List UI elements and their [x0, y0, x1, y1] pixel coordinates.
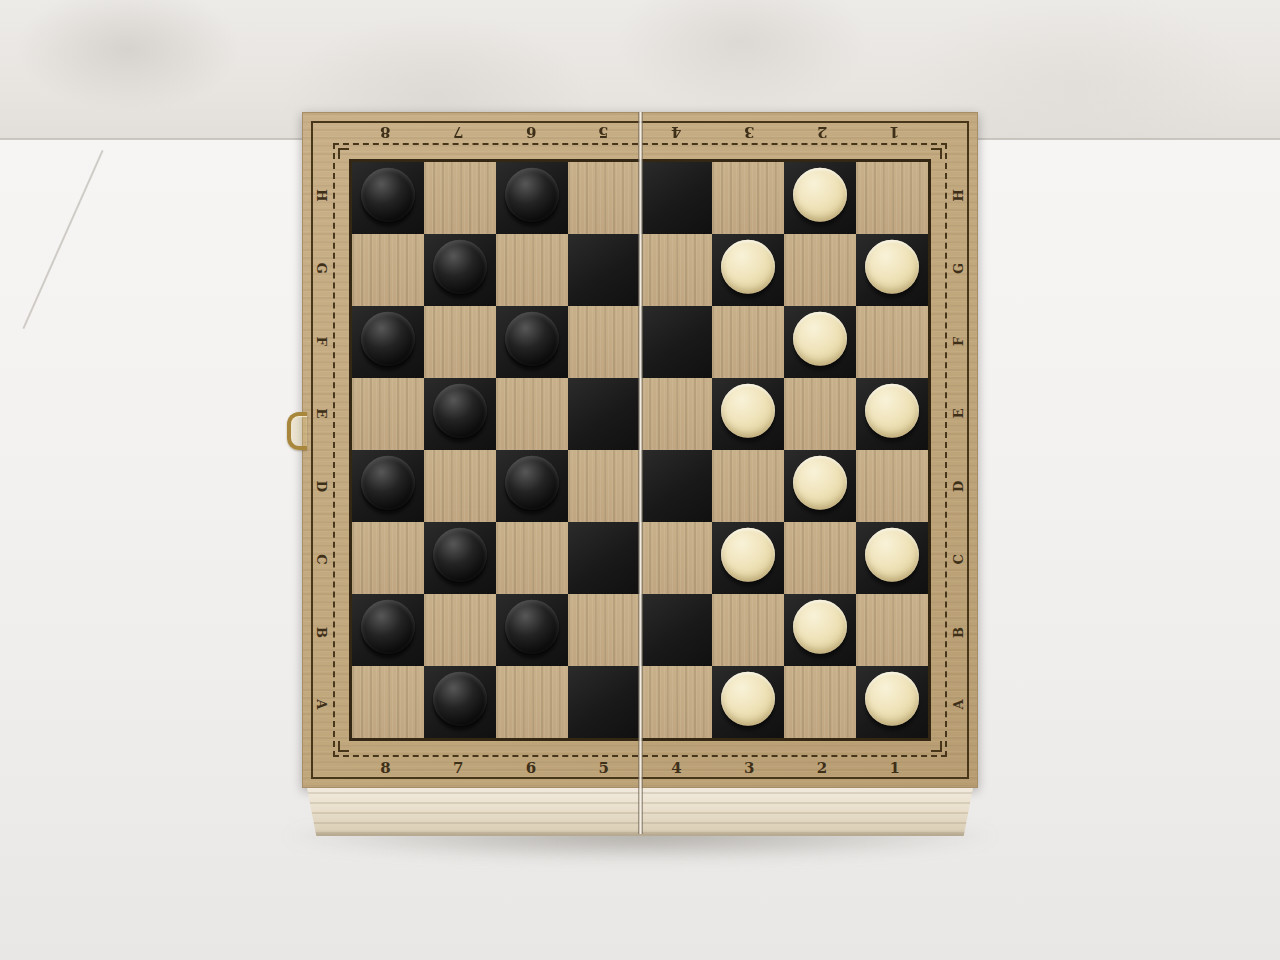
square-F6[interactable]	[496, 306, 568, 378]
checker-black-B8[interactable]	[361, 600, 415, 654]
labels-top-label-6: 2	[786, 122, 859, 142]
square-A2[interactable]	[784, 666, 856, 738]
labels-bottom-label-7: 1	[858, 758, 931, 778]
labels-bottom-label-0: 8	[349, 758, 422, 778]
labels-right-label-3: E	[922, 404, 995, 424]
checker-black-D8[interactable]	[361, 456, 415, 510]
square-E4[interactable]	[640, 378, 712, 450]
labels-top-label-7: 1	[858, 122, 931, 142]
square-F8[interactable]	[352, 306, 424, 378]
checker-white-E3[interactable]	[721, 384, 775, 438]
scene: 87654321 87654321 HGFEDCBA HGFEDCBA	[0, 0, 1280, 960]
square-A8[interactable]	[352, 666, 424, 738]
labels-right-label-5: C	[922, 549, 995, 569]
corner-mark	[338, 741, 349, 752]
checker-white-B2[interactable]	[793, 600, 847, 654]
labels-top-label-2: 6	[495, 122, 568, 142]
labels-right-label-4: D	[922, 476, 995, 496]
square-A3[interactable]	[712, 666, 784, 738]
checker-black-D6[interactable]	[505, 456, 559, 510]
square-B3[interactable]	[712, 594, 784, 666]
square-E7[interactable]	[424, 378, 496, 450]
square-G7[interactable]	[424, 234, 496, 306]
square-C1[interactable]	[856, 522, 928, 594]
labels-top-label-4: 4	[640, 122, 713, 142]
labels-right-label-2: F	[922, 331, 995, 351]
square-E2[interactable]	[784, 378, 856, 450]
square-B6[interactable]	[496, 594, 568, 666]
square-A1[interactable]	[856, 666, 928, 738]
corner-mark	[338, 148, 349, 159]
square-E6[interactable]	[496, 378, 568, 450]
labels-bottom-label-6: 2	[786, 758, 859, 778]
labels-bottom-label-4: 4	[640, 758, 713, 778]
checkers-board: 87654321 87654321 HGFEDCBA HGFEDCBA	[302, 112, 978, 834]
square-C5[interactable]	[568, 522, 640, 594]
checker-white-E1[interactable]	[865, 384, 919, 438]
square-H7[interactable]	[424, 162, 496, 234]
corner-mark	[931, 148, 942, 159]
square-B5[interactable]	[568, 594, 640, 666]
labels-left-label-0: H	[286, 185, 359, 205]
brass-clasp-hook	[287, 412, 307, 450]
square-F4[interactable]	[640, 306, 712, 378]
square-F3[interactable]	[712, 306, 784, 378]
labels-top-label-1: 7	[422, 122, 495, 142]
square-E1[interactable]	[856, 378, 928, 450]
square-D8[interactable]	[352, 450, 424, 522]
labels-right-label-7: A	[922, 695, 995, 715]
labels-left-label-6: B	[286, 622, 359, 642]
square-D2[interactable]	[784, 450, 856, 522]
labels-bottom-label-3: 5	[567, 758, 640, 778]
square-G8[interactable]	[352, 234, 424, 306]
labels-bottom-label-1: 7	[422, 758, 495, 778]
square-B2[interactable]	[784, 594, 856, 666]
corner-mark	[931, 741, 942, 752]
square-G5[interactable]	[568, 234, 640, 306]
square-G1[interactable]	[856, 234, 928, 306]
square-F7[interactable]	[424, 306, 496, 378]
square-B4[interactable]	[640, 594, 712, 666]
square-E3[interactable]	[712, 378, 784, 450]
checker-white-G3[interactable]	[721, 240, 775, 294]
square-D6[interactable]	[496, 450, 568, 522]
square-A5[interactable]	[568, 666, 640, 738]
checker-black-A7[interactable]	[433, 672, 487, 726]
checker-black-H8[interactable]	[361, 168, 415, 222]
labels-bottom-label-2: 6	[495, 758, 568, 778]
square-H4[interactable]	[640, 162, 712, 234]
square-C8[interactable]	[352, 522, 424, 594]
labels-left-label-5: C	[286, 549, 359, 569]
checker-white-F2[interactable]	[793, 312, 847, 366]
square-G6[interactable]	[496, 234, 568, 306]
square-B7[interactable]	[424, 594, 496, 666]
square-C2[interactable]	[784, 522, 856, 594]
square-D7[interactable]	[424, 450, 496, 522]
square-A7[interactable]	[424, 666, 496, 738]
checker-black-F8[interactable]	[361, 312, 415, 366]
checker-black-B6[interactable]	[505, 600, 559, 654]
square-E8[interactable]	[352, 378, 424, 450]
square-D3[interactable]	[712, 450, 784, 522]
square-C4[interactable]	[640, 522, 712, 594]
square-D1[interactable]	[856, 450, 928, 522]
square-G4[interactable]	[640, 234, 712, 306]
labels-top-label-0: 8	[349, 122, 422, 142]
checker-white-G1[interactable]	[865, 240, 919, 294]
checker-black-F6[interactable]	[505, 312, 559, 366]
square-G3[interactable]	[712, 234, 784, 306]
square-A4[interactable]	[640, 666, 712, 738]
checker-white-C1[interactable]	[865, 528, 919, 582]
square-A6[interactable]	[496, 666, 568, 738]
checker-black-G7[interactable]	[433, 240, 487, 294]
square-H6[interactable]	[496, 162, 568, 234]
labels-left-label-4: D	[286, 476, 359, 496]
square-F5[interactable]	[568, 306, 640, 378]
checker-black-C7[interactable]	[433, 528, 487, 582]
checker-white-H2[interactable]	[793, 168, 847, 222]
square-H8[interactable]	[352, 162, 424, 234]
square-C7[interactable]	[424, 522, 496, 594]
square-H3[interactable]	[712, 162, 784, 234]
labels-left-label-7: A	[286, 695, 359, 715]
checker-white-A3[interactable]	[721, 672, 775, 726]
square-B8[interactable]	[352, 594, 424, 666]
labels-right-label-6: B	[922, 622, 995, 642]
checker-white-D2[interactable]	[793, 456, 847, 510]
labels-right-label-0: H	[922, 185, 995, 205]
square-D5[interactable]	[568, 450, 640, 522]
checker-black-E7[interactable]	[433, 384, 487, 438]
checker-white-C3[interactable]	[721, 528, 775, 582]
square-F2[interactable]	[784, 306, 856, 378]
square-H2[interactable]	[784, 162, 856, 234]
checker-black-H6[interactable]	[505, 168, 559, 222]
labels-bottom-label-5: 3	[713, 758, 786, 778]
fold-seam	[638, 112, 643, 834]
checker-white-A1[interactable]	[865, 672, 919, 726]
square-F1[interactable]	[856, 306, 928, 378]
labels-right: HGFEDCBA	[948, 159, 968, 741]
square-H1[interactable]	[856, 162, 928, 234]
labels-top-label-5: 3	[713, 122, 786, 142]
square-C6[interactable]	[496, 522, 568, 594]
labels-left: HGFEDCBA	[312, 159, 332, 741]
labels-left-label-2: F	[286, 331, 359, 351]
square-G2[interactable]	[784, 234, 856, 306]
square-C3[interactable]	[712, 522, 784, 594]
square-H5[interactable]	[568, 162, 640, 234]
labels-right-label-1: G	[922, 258, 995, 278]
square-B1[interactable]	[856, 594, 928, 666]
labels-top-label-3: 5	[567, 122, 640, 142]
square-E5[interactable]	[568, 378, 640, 450]
square-D4[interactable]	[640, 450, 712, 522]
labels-left-label-1: G	[286, 258, 359, 278]
